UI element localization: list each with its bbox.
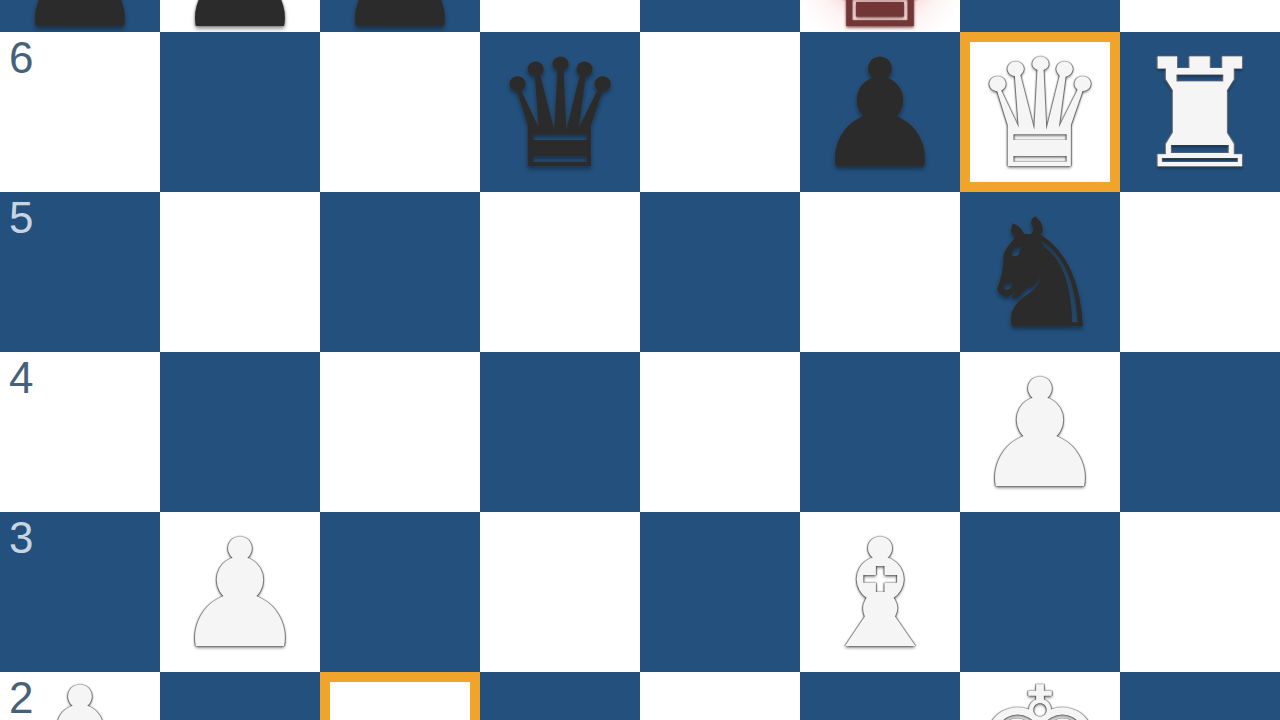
square-f2[interactable]	[800, 672, 960, 720]
square-g5[interactable]: ♞	[960, 192, 1120, 352]
square-h5[interactable]	[1120, 192, 1280, 352]
square-c5[interactable]	[320, 192, 480, 352]
square-h6[interactable]: ♜	[1120, 32, 1280, 192]
square-d5[interactable]	[480, 192, 640, 352]
piece-black-knight[interactable]: ♞	[973, 199, 1107, 349]
square-c6[interactable]	[320, 32, 480, 192]
piece-white-bishop[interactable]: ♝	[813, 519, 947, 669]
square-f3[interactable]: ♝	[800, 512, 960, 672]
piece-black-queen[interactable]: ♛	[493, 39, 627, 189]
rank-label-3: 3	[9, 516, 33, 560]
square-a5[interactable]: 5	[0, 192, 160, 352]
square-h4[interactable]	[1120, 352, 1280, 512]
piece-white-queen[interactable]: ♛	[973, 39, 1107, 189]
rank-label-4: 4	[9, 356, 33, 400]
square-f4[interactable]	[800, 352, 960, 512]
piece-white-king[interactable]: ♚	[973, 667, 1107, 720]
square-h2[interactable]	[1120, 672, 1280, 720]
square-a7[interactable]: ♟	[0, 0, 160, 32]
square-a2[interactable]: 2♟	[0, 672, 160, 720]
square-e6[interactable]	[640, 32, 800, 192]
square-c3[interactable]	[320, 512, 480, 672]
square-f6[interactable]: ♟	[800, 32, 960, 192]
square-b5[interactable]	[160, 192, 320, 352]
square-b6[interactable]	[160, 32, 320, 192]
square-e7[interactable]	[640, 0, 800, 32]
piece-white-pawn[interactable]: ♟	[13, 667, 147, 720]
square-g6[interactable]: ♛	[960, 32, 1120, 192]
square-c7[interactable]: ♟	[320, 0, 480, 32]
square-b4[interactable]	[160, 352, 320, 512]
piece-black-pawn[interactable]: ♟	[813, 39, 947, 189]
square-b7[interactable]: ♟	[160, 0, 320, 32]
rank-label-6: 6	[9, 36, 33, 80]
square-a4[interactable]: 4	[0, 352, 160, 512]
square-e2[interactable]	[640, 672, 800, 720]
square-b3[interactable]: ♟	[160, 512, 320, 672]
rank-label-5: 5	[9, 196, 33, 240]
square-a6[interactable]: 6	[0, 32, 160, 192]
square-d2[interactable]	[480, 672, 640, 720]
square-h3[interactable]	[1120, 512, 1280, 672]
square-e5[interactable]	[640, 192, 800, 352]
piece-white-rook[interactable]: ♜	[1133, 39, 1267, 189]
square-f5[interactable]	[800, 192, 960, 352]
chess-app-viewport: ♟♟♟♚6♛♟♛♜5♞4♟3♟♝2♟♚	[0, 0, 1280, 720]
square-c2[interactable]	[320, 672, 480, 720]
square-c4[interactable]	[320, 352, 480, 512]
square-d3[interactable]	[480, 512, 640, 672]
square-b2[interactable]	[160, 672, 320, 720]
square-g2[interactable]: ♚	[960, 672, 1120, 720]
square-g3[interactable]	[960, 512, 1120, 672]
square-e3[interactable]	[640, 512, 800, 672]
square-g4[interactable]: ♟	[960, 352, 1120, 512]
square-e4[interactable]	[640, 352, 800, 512]
square-d6[interactable]: ♛	[480, 32, 640, 192]
piece-white-pawn[interactable]: ♟	[173, 519, 307, 669]
piece-white-pawn[interactable]: ♟	[973, 359, 1107, 509]
square-d4[interactable]	[480, 352, 640, 512]
chess-board[interactable]: ♟♟♟♚6♛♟♛♜5♞4♟3♟♝2♟♚	[0, 0, 1280, 720]
square-a3[interactable]: 3	[0, 512, 160, 672]
